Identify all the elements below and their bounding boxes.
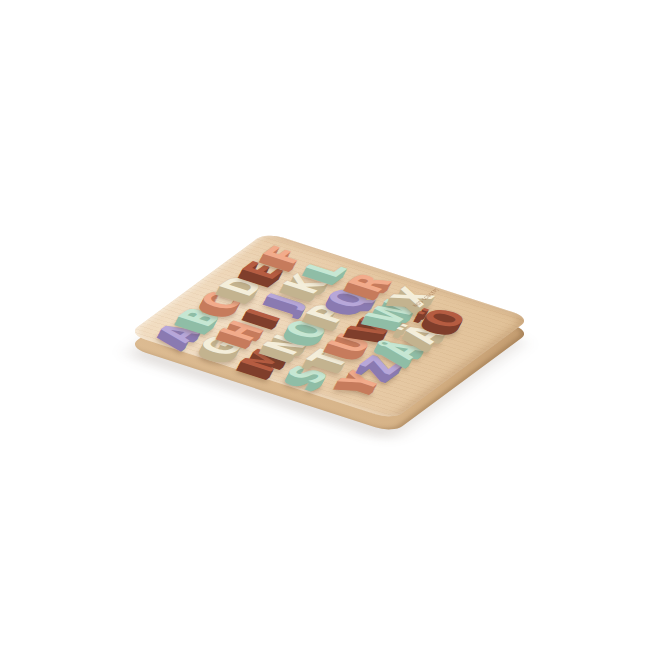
product-photo-scene: A B C D E F G H I J K L M N O P Q R xyxy=(0,0,660,660)
puzzle-board: A B C D E F G H I J K L M N O P Q R xyxy=(128,232,531,420)
letter-grid: A B C D E F G H I J K L M N O P Q R xyxy=(128,232,531,420)
